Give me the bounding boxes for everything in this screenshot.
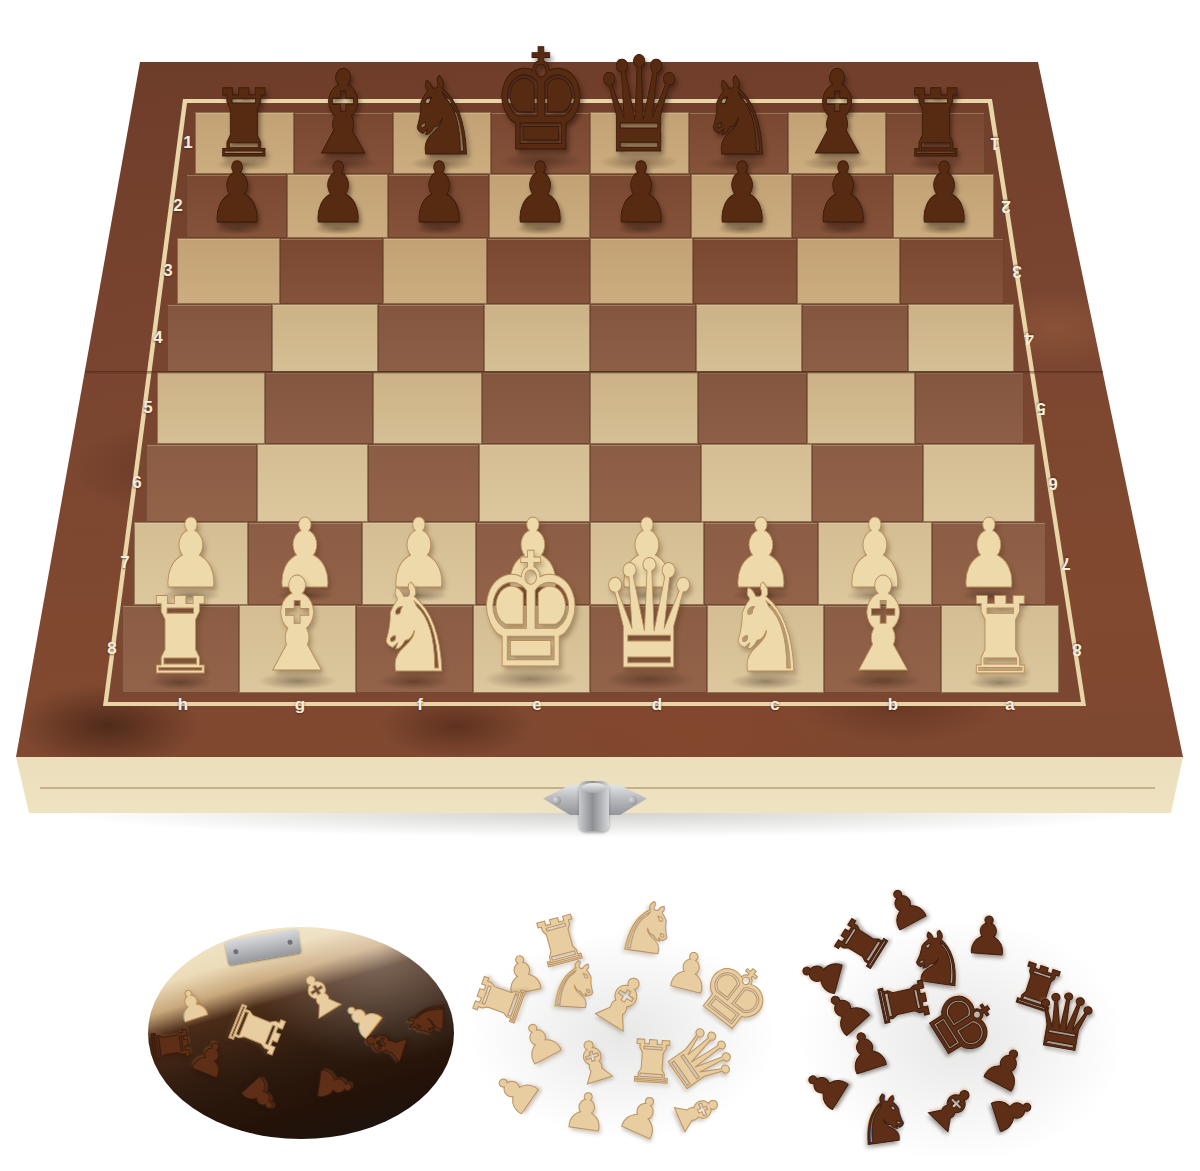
light-bishop-b8: ♝ xyxy=(836,560,929,690)
dark-pawn-f2: ♟ xyxy=(408,151,468,235)
board-fold-seam xyxy=(85,371,1103,374)
square-e8: ♚ xyxy=(473,605,590,693)
rank-label-left-3: 3 xyxy=(163,261,172,281)
square-e4 xyxy=(484,304,590,372)
file-label-e: e xyxy=(532,695,541,715)
rank-label-left-5: 5 xyxy=(143,398,152,418)
square-g5 xyxy=(265,372,373,444)
rank-row-2: ♟♟♟♟♟♟♟♟ xyxy=(186,174,994,238)
square-f4 xyxy=(378,304,484,372)
light-rook-h8: ♜ xyxy=(142,584,218,690)
square-d8: ♛ xyxy=(590,605,707,693)
file-label-b: b xyxy=(888,695,898,715)
square-b8: ♝ xyxy=(824,605,941,693)
square-g8: ♝ xyxy=(239,605,356,693)
light-knight-c8: ♞ xyxy=(722,568,810,690)
square-a3 xyxy=(900,238,1003,304)
square-c5 xyxy=(698,372,806,444)
hinge-pin xyxy=(287,939,293,945)
dark-pawn-g2: ♟ xyxy=(307,151,367,235)
square-h3 xyxy=(177,238,280,304)
square-g4 xyxy=(272,304,378,372)
square-h8: ♜ xyxy=(122,605,239,693)
rank-row-8: ♜♝♞♚♛♞♝♜ xyxy=(122,605,1059,693)
dark-pawn-loose: ♟ xyxy=(309,1062,358,1107)
dark-pawn-h2: ♟ xyxy=(206,151,266,235)
dark-pawn-c2: ♟ xyxy=(711,151,771,235)
storage-inset-photo: ♜♝♟♟♟♜♟♝♟♞ xyxy=(148,927,454,1139)
dark-pawn-e2: ♟ xyxy=(509,151,569,235)
rank-label-left-4: 4 xyxy=(153,328,162,348)
rank-row-3 xyxy=(177,238,1004,304)
dark-pawn-d2: ♟ xyxy=(610,151,670,235)
rank-label-right-7: 7 xyxy=(1061,553,1070,573)
dark-pawn-loose: ♟ xyxy=(963,908,1013,963)
square-e2: ♟ xyxy=(489,174,590,238)
clasp-knob xyxy=(579,781,609,831)
light-knight-f8: ♞ xyxy=(371,568,459,690)
dark-pawn-b2: ♟ xyxy=(812,151,872,235)
file-label-f: f xyxy=(417,695,423,715)
dark-pawn-loose: ♟ xyxy=(232,1067,288,1123)
square-h5 xyxy=(157,372,265,444)
rank-label-right-8: 8 xyxy=(1072,639,1081,659)
square-b5 xyxy=(807,372,915,444)
square-b3 xyxy=(797,238,900,304)
square-c2: ♟ xyxy=(691,174,792,238)
rank-label-left-6: 6 xyxy=(132,473,141,493)
rank-label-right-3: 3 xyxy=(1012,261,1021,281)
rank-label-right-5: 5 xyxy=(1036,398,1045,418)
square-a4 xyxy=(908,304,1014,372)
rank-label-left-8: 8 xyxy=(107,639,116,659)
square-d5 xyxy=(590,372,698,444)
rank-row-5 xyxy=(157,372,1024,444)
clasp-screw xyxy=(552,796,561,805)
square-d3 xyxy=(590,238,693,304)
square-f2: ♟ xyxy=(388,174,489,238)
square-e3 xyxy=(487,238,590,304)
file-label-g: g xyxy=(295,695,305,715)
rank-label-right-2: 2 xyxy=(1001,196,1010,216)
rank-label-left-1: 1 xyxy=(183,133,192,153)
square-g3 xyxy=(280,238,383,304)
hinge-pin xyxy=(233,949,239,955)
file-label-d: d xyxy=(652,695,662,715)
light-rook-a8: ♜ xyxy=(962,584,1038,690)
rank-label-right-4: 4 xyxy=(1024,328,1033,348)
metal-clasp-icon xyxy=(543,781,647,819)
square-c4 xyxy=(696,304,802,372)
light-bishop-g8: ♝ xyxy=(251,560,344,690)
square-h4 xyxy=(167,304,273,372)
file-label-h: h xyxy=(178,695,188,715)
file-label-c: c xyxy=(770,695,779,715)
square-f8: ♞ xyxy=(356,605,473,693)
rank-label-right-6: 6 xyxy=(1048,473,1057,493)
dark-knight-loose: ♞ xyxy=(850,1083,918,1157)
rank-label-left-2: 2 xyxy=(173,196,182,216)
metal-hinge-icon xyxy=(224,929,301,965)
square-c3 xyxy=(693,238,796,304)
square-g2: ♟ xyxy=(287,174,388,238)
square-f5 xyxy=(373,372,481,444)
clasp-screw xyxy=(628,796,637,805)
rank-row-4 xyxy=(167,304,1014,372)
square-a8: ♜ xyxy=(941,605,1058,693)
file-label-a: a xyxy=(1005,695,1014,715)
square-b2: ♟ xyxy=(792,174,893,238)
square-f3 xyxy=(383,238,486,304)
light-king-e8: ♚ xyxy=(475,532,588,690)
rank-label-left-7: 7 xyxy=(120,553,129,573)
square-b4 xyxy=(802,304,908,372)
rank-label-right-1: 1 xyxy=(990,133,999,153)
square-d2: ♟ xyxy=(590,174,691,238)
square-a5 xyxy=(915,372,1023,444)
dark-rook-loose: ♜ xyxy=(148,1020,197,1069)
product-photo: ♜♝♞♚♛♞♝♜♟♟♟♟♟♟♟♟♟♟♟♟♟♟♟♟♜♝♞♚♛♞♝♜ 1234567… xyxy=(0,0,1200,1171)
light-queen-d8: ♛ xyxy=(595,540,703,690)
square-e5 xyxy=(482,372,590,444)
square-a2: ♟ xyxy=(893,174,994,238)
square-h2: ♟ xyxy=(186,174,287,238)
square-d4 xyxy=(590,304,696,372)
dark-knight-loose: ♞ xyxy=(401,997,450,1042)
square-c8: ♞ xyxy=(707,605,824,693)
dark-pawn-a2: ♟ xyxy=(913,151,973,235)
light-pawn-loose: ♟ xyxy=(560,1084,611,1140)
